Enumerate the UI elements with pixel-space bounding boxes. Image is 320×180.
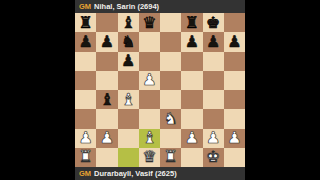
square-g2[interactable]: ♟ (203, 129, 224, 148)
piece-white-pawn: ♟ (78, 130, 92, 146)
square-e8[interactable] (160, 13, 181, 32)
piece-black-bishop: ♝ (100, 91, 114, 107)
square-d3[interactable] (139, 109, 160, 128)
piece-white-pawn: ♟ (142, 72, 156, 88)
square-e1[interactable]: ♜ (160, 148, 181, 167)
square-b1[interactable] (96, 148, 117, 167)
piece-black-pawn: ♟ (78, 33, 92, 49)
square-f8[interactable]: ♜ (181, 13, 202, 32)
square-e7[interactable] (160, 32, 181, 51)
square-c1[interactable] (118, 148, 139, 167)
square-d5[interactable]: ♟ (139, 71, 160, 90)
square-h3[interactable] (224, 109, 245, 128)
square-h5[interactable] (224, 71, 245, 90)
piece-white-pawn: ♟ (227, 130, 241, 146)
square-c2[interactable] (118, 129, 139, 148)
square-h6[interactable] (224, 52, 245, 71)
chess-board[interactable]: ♜♝♛♜♚♟♟♞♟♟♟♟♟♝♝♞♟♟♝♟♟♟♜♛♜♚ (75, 13, 245, 167)
piece-black-pawn: ♟ (100, 33, 114, 49)
square-h2[interactable]: ♟ (224, 129, 245, 148)
square-h1[interactable] (224, 148, 245, 167)
square-g7[interactable]: ♟ (203, 32, 224, 51)
square-h7[interactable]: ♟ (224, 32, 245, 51)
square-e6[interactable] (160, 52, 181, 71)
square-b3[interactable] (96, 109, 117, 128)
piece-white-bishop: ♝ (121, 91, 135, 107)
piece-white-rook: ♜ (163, 149, 177, 165)
square-d6[interactable] (139, 52, 160, 71)
square-c3[interactable] (118, 109, 139, 128)
square-g6[interactable] (203, 52, 224, 71)
square-f6[interactable] (181, 52, 202, 71)
piece-black-pawn: ♟ (206, 33, 220, 49)
square-c5[interactable] (118, 71, 139, 90)
square-b2[interactable]: ♟ (96, 129, 117, 148)
square-d8[interactable]: ♛ (139, 13, 160, 32)
square-e4[interactable] (160, 90, 181, 109)
square-h8[interactable] (224, 13, 245, 32)
square-h4[interactable] (224, 90, 245, 109)
square-e2[interactable] (160, 129, 181, 148)
square-b8[interactable] (96, 13, 117, 32)
square-c8[interactable]: ♝ (118, 13, 139, 32)
piece-white-rook: ♜ (78, 149, 92, 165)
square-e3[interactable]: ♞ (160, 109, 181, 128)
square-a5[interactable] (75, 71, 96, 90)
square-c7[interactable]: ♞ (118, 32, 139, 51)
square-d7[interactable] (139, 32, 160, 51)
piece-black-knight: ♞ (121, 33, 135, 49)
piece-white-pawn: ♟ (100, 130, 114, 146)
top-player-title: GM (79, 3, 91, 11)
piece-black-pawn: ♟ (185, 33, 199, 49)
square-a2[interactable]: ♟ (75, 129, 96, 148)
square-b5[interactable] (96, 71, 117, 90)
piece-white-king: ♚ (206, 149, 220, 165)
square-a7[interactable]: ♟ (75, 32, 96, 51)
square-f5[interactable] (181, 71, 202, 90)
square-a8[interactable]: ♜ (75, 13, 96, 32)
square-c6[interactable]: ♟ (118, 52, 139, 71)
square-g1[interactable]: ♚ (203, 148, 224, 167)
piece-black-king: ♚ (206, 14, 220, 30)
square-a1[interactable]: ♜ (75, 148, 96, 167)
piece-white-queen: ♛ (142, 149, 156, 165)
square-g3[interactable] (203, 109, 224, 128)
square-f1[interactable] (181, 148, 202, 167)
square-g5[interactable] (203, 71, 224, 90)
square-d1[interactable]: ♛ (139, 148, 160, 167)
square-b7[interactable]: ♟ (96, 32, 117, 51)
square-d4[interactable] (139, 90, 160, 109)
video-frame: GM Nihal, Sarin (2694) ♜♝♛♜♚♟♟♞♟♟♟♟♟♝♝♞♟… (75, 0, 245, 180)
top-player-name: Nihal, Sarin (2694) (94, 3, 159, 11)
piece-white-knight: ♞ (163, 110, 177, 126)
square-f2[interactable]: ♟ (181, 129, 202, 148)
piece-white-pawn: ♟ (185, 130, 199, 146)
piece-black-rook: ♜ (78, 14, 92, 30)
square-g4[interactable] (203, 90, 224, 109)
piece-white-bishop: ♝ (142, 130, 156, 146)
top-player-bar: GM Nihal, Sarin (2694) (75, 0, 245, 13)
square-c4[interactable]: ♝ (118, 90, 139, 109)
piece-black-pawn: ♟ (227, 33, 241, 49)
square-a3[interactable] (75, 109, 96, 128)
square-a4[interactable] (75, 90, 96, 109)
bottom-player-title: GM (79, 170, 91, 178)
square-g8[interactable]: ♚ (203, 13, 224, 32)
square-e5[interactable] (160, 71, 181, 90)
piece-black-queen: ♛ (142, 14, 156, 30)
square-a6[interactable] (75, 52, 96, 71)
piece-black-rook: ♜ (185, 14, 199, 30)
bottom-player-name: Durarbayli, Vasif (2625) (94, 170, 177, 178)
square-d2[interactable]: ♝ (139, 129, 160, 148)
square-f7[interactable]: ♟ (181, 32, 202, 51)
square-b4[interactable]: ♝ (96, 90, 117, 109)
square-b6[interactable] (96, 52, 117, 71)
square-f4[interactable] (181, 90, 202, 109)
piece-black-pawn: ♟ (121, 53, 135, 69)
piece-black-bishop: ♝ (121, 14, 135, 30)
square-f3[interactable] (181, 109, 202, 128)
bottom-player-bar: GM Durarbayli, Vasif (2625) (75, 167, 245, 180)
piece-white-pawn: ♟ (206, 130, 220, 146)
